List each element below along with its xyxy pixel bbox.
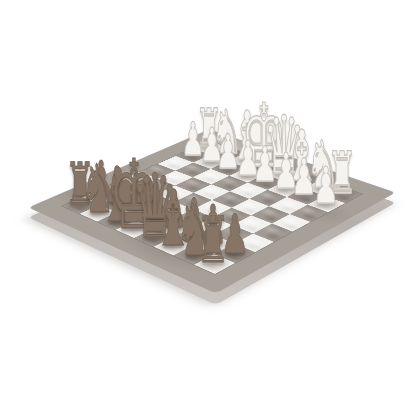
chess-set-photo: ♜♞♝♚♛♝♞♜♟♟♟♟♟♟♟♟♟♟♟♟♟♟♟♟♜♞♝♚♛♝♞♜ (0, 0, 416, 416)
piece-grey-rook[interactable]: ♜ (184, 208, 242, 272)
piece-white-pawn[interactable]: ♟ (297, 161, 355, 212)
pieces-layer: ♜♞♝♚♛♝♞♜♟♟♟♟♟♟♟♟♟♟♟♟♟♟♟♟♜♞♝♚♛♝♞♜ (0, 0, 416, 416)
